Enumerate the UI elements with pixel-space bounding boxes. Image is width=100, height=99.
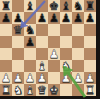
black-pawn[interactable]: ♟ (85, 12, 95, 24)
square-f2[interactable]: ♟ (60, 72, 72, 84)
square-g5[interactable] (72, 36, 84, 48)
square-a1[interactable]: ♜ (0, 84, 12, 96)
square-h1[interactable]: ♜ (84, 84, 96, 96)
white-king[interactable]: ♚ (49, 84, 59, 96)
black-pawn[interactable]: ♟ (37, 12, 47, 24)
square-h5[interactable] (84, 36, 96, 48)
square-h6[interactable] (84, 24, 96, 36)
white-knight[interactable]: ♞ (13, 84, 23, 96)
square-e3[interactable] (48, 60, 60, 72)
white-rook[interactable]: ♜ (1, 84, 11, 96)
white-bishop[interactable]: ♝ (25, 84, 35, 96)
chess-board: ♜♝♚♝♞♜♟♟♟♟♟♟♟♛♞♟♟♝♞♟♟♟♟♟♟♟♜♞♝♛♚♜ (0, 0, 96, 96)
square-d6[interactable] (36, 24, 48, 36)
black-pawn[interactable]: ♟ (61, 12, 71, 24)
square-b4[interactable] (12, 48, 24, 60)
white-pawn[interactable]: ♟ (73, 72, 83, 84)
square-b6[interactable]: ♛ (12, 24, 24, 36)
square-c1[interactable]: ♝ (24, 84, 36, 96)
black-pawn[interactable]: ♟ (1, 12, 11, 24)
square-c4[interactable] (24, 48, 36, 60)
square-h4[interactable] (84, 48, 96, 60)
square-g7[interactable]: ♟ (72, 12, 84, 24)
square-c5[interactable]: ♟ (24, 36, 36, 48)
square-b1[interactable]: ♞ (12, 84, 24, 96)
black-queen[interactable]: ♛ (13, 24, 23, 36)
square-a6[interactable] (0, 24, 12, 36)
square-h7[interactable]: ♟ (84, 12, 96, 24)
black-pawn[interactable]: ♟ (73, 12, 83, 24)
square-f6[interactable] (60, 24, 72, 36)
square-e4[interactable]: ♟ (48, 48, 60, 60)
black-pawn[interactable]: ♟ (25, 36, 35, 48)
square-d1[interactable]: ♛ (36, 84, 48, 96)
square-g6[interactable] (72, 24, 84, 36)
square-a4[interactable] (0, 48, 12, 60)
white-queen[interactable]: ♛ (37, 84, 47, 96)
white-rook[interactable]: ♜ (85, 84, 95, 96)
square-e6[interactable] (48, 24, 60, 36)
square-f7[interactable]: ♟ (60, 12, 72, 24)
square-e1[interactable]: ♚ (48, 84, 60, 96)
square-d7[interactable]: ♟ (36, 12, 48, 24)
white-pawn[interactable]: ♟ (61, 72, 71, 84)
white-pawn[interactable]: ♟ (49, 48, 59, 60)
square-f5[interactable] (60, 36, 72, 48)
black-pawn[interactable]: ♟ (49, 12, 59, 24)
square-e7[interactable]: ♟ (48, 12, 60, 24)
square-g2[interactable]: ♟ (72, 72, 84, 84)
square-a5[interactable] (0, 36, 12, 48)
square-a7[interactable]: ♟ (0, 12, 12, 24)
square-d5[interactable] (36, 36, 48, 48)
chess-board-screenshot: ♜♝♚♝♞♜♟♟♟♟♟♟♟♛♞♟♟♝♞♟♟♟♟♟♟♟♜♞♝♛♚♜ (0, 0, 100, 99)
black-bishop[interactable]: ♝ (25, 0, 35, 12)
square-b5[interactable] (12, 36, 24, 48)
square-f1[interactable] (60, 84, 72, 96)
square-c8[interactable]: ♝ (24, 0, 36, 12)
square-g1[interactable] (72, 84, 84, 96)
square-g4[interactable] (72, 48, 84, 60)
